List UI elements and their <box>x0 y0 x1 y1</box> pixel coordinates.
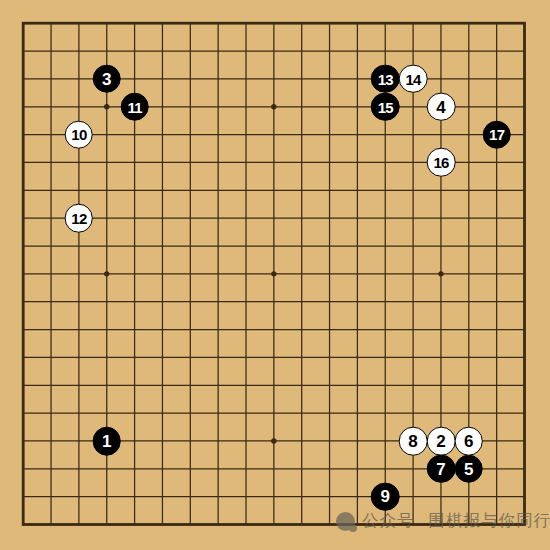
stone-black-15-O16: 15 <box>371 92 400 121</box>
stone-white-2-Q4: 2 <box>427 427 456 456</box>
move-number: 5 <box>464 460 473 477</box>
move-number: 2 <box>436 432 445 449</box>
move-number: 7 <box>436 460 445 477</box>
wechat-account-logo-icon <box>336 512 355 531</box>
star-point <box>104 104 109 109</box>
move-number: 8 <box>408 432 417 449</box>
star-point <box>438 271 443 276</box>
move-number: 12 <box>71 211 86 226</box>
stone-black-7-Q3: 7 <box>427 455 456 484</box>
stone-black-1-D4: 1 <box>92 427 121 456</box>
stone-white-14-P17: 14 <box>399 65 428 94</box>
watermark: 公众号 围棋报与你同行 <box>336 508 550 534</box>
stone-black-17-S15: 17 <box>482 120 511 149</box>
move-number: 14 <box>406 71 421 86</box>
stone-white-6-R4: 6 <box>455 427 484 456</box>
stone-black-9-O2: 9 <box>371 482 400 511</box>
move-number: 13 <box>378 71 393 86</box>
move-number: 15 <box>378 99 393 114</box>
stone-black-5-R3: 5 <box>455 455 484 484</box>
move-number: 10 <box>71 127 86 142</box>
move-number: 16 <box>433 155 448 170</box>
move-number: 1 <box>102 432 111 449</box>
move-number: 3 <box>102 70 111 87</box>
move-number: 11 <box>127 99 141 114</box>
stone-white-16-Q14: 16 <box>427 148 456 177</box>
star-point <box>271 271 276 276</box>
move-number: 6 <box>464 432 473 449</box>
move-number: 17 <box>489 127 504 142</box>
stone-white-10-C15: 10 <box>65 120 94 149</box>
stone-white-8-P4: 8 <box>399 427 428 456</box>
watermark-label: 公众号 <box>362 510 415 532</box>
stone-white-12-C12: 12 <box>65 204 94 233</box>
go-diagram: 1234567891011121314151617 公众号 围棋报与你同行 <box>0 0 550 550</box>
star-point <box>271 104 276 109</box>
star-point <box>104 271 109 276</box>
stone-white-4-Q16: 4 <box>427 92 456 121</box>
star-point <box>271 438 276 443</box>
move-number: 9 <box>381 488 390 505</box>
watermark-name: 围棋报与你同行 <box>429 510 550 532</box>
stone-black-13-O17: 13 <box>371 65 400 94</box>
stone-black-11-E16: 11 <box>120 92 149 121</box>
move-number: 4 <box>436 98 445 115</box>
stone-black-3-D17: 3 <box>92 65 121 94</box>
